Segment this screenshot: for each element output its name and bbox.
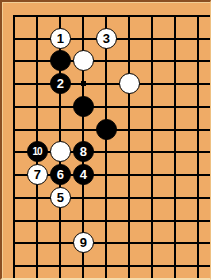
move-number: 3 xyxy=(103,32,110,45)
white-stone-move-1: 1 xyxy=(50,28,71,49)
black-stone xyxy=(73,96,94,117)
black-stone xyxy=(96,119,117,140)
black-stone-move-6: 6 xyxy=(50,164,71,185)
white-stone xyxy=(73,50,94,71)
move-number: 4 xyxy=(80,168,87,181)
black-stone-move-10: 10 xyxy=(27,141,48,162)
white-stone-move-5: 5 xyxy=(50,187,71,208)
move-number: 6 xyxy=(57,168,64,181)
move-number: 2 xyxy=(57,77,64,90)
stone-layer: 13210876459 xyxy=(3,4,210,277)
white-stone-move-7: 7 xyxy=(27,164,48,185)
move-number: 1 xyxy=(57,32,64,45)
move-number: 5 xyxy=(57,191,64,204)
move-number: 9 xyxy=(80,236,87,249)
move-number: 7 xyxy=(34,168,41,181)
move-number: 8 xyxy=(80,145,87,158)
white-stone-move-3: 3 xyxy=(96,28,117,49)
white-stone xyxy=(50,141,71,162)
star-point xyxy=(81,81,86,86)
black-stone-move-2: 2 xyxy=(50,73,71,94)
black-stone-move-8: 8 xyxy=(73,141,94,162)
black-stone xyxy=(50,50,71,71)
go-board-diagram: 13210876459 xyxy=(0,0,211,280)
white-stone xyxy=(119,73,140,94)
black-stone-move-4: 4 xyxy=(73,164,94,185)
move-number: 10 xyxy=(32,147,41,157)
white-stone-move-9: 9 xyxy=(73,232,94,253)
